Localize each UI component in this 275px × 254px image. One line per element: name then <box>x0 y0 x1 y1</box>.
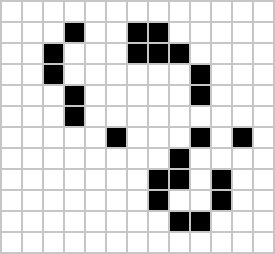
cell-r1-c3-filled[interactable] <box>65 23 84 42</box>
cell-r4-c3-filled[interactable] <box>65 86 84 105</box>
cell-r1-c5-empty[interactable] <box>107 23 126 42</box>
cell-r4-c12-empty[interactable] <box>254 86 273 105</box>
cell-r9-c12-empty[interactable] <box>254 191 273 210</box>
cell-r3-c10-empty[interactable] <box>212 65 231 84</box>
cell-r2-c12-empty[interactable] <box>254 44 273 63</box>
cell-r3-c0-empty[interactable] <box>2 65 21 84</box>
cell-r3-c9-filled[interactable] <box>191 65 210 84</box>
cell-r10-c6-empty[interactable] <box>128 212 147 231</box>
cell-r11-c8-empty[interactable] <box>170 233 189 252</box>
cell-r4-c11-empty[interactable] <box>233 86 252 105</box>
cell-r1-c11-empty[interactable] <box>233 23 252 42</box>
cell-r10-c7-empty[interactable] <box>149 212 168 231</box>
cell-r3-c3-empty[interactable] <box>65 65 84 84</box>
cell-r4-c7-empty[interactable] <box>149 86 168 105</box>
cell-r7-c10-empty[interactable] <box>212 149 231 168</box>
cell-r9-c5-empty[interactable] <box>107 191 126 210</box>
cell-r6-c9-filled[interactable] <box>191 128 210 147</box>
cell-r10-c0-empty[interactable] <box>2 212 21 231</box>
cell-r5-c2-empty[interactable] <box>44 107 63 126</box>
cell-r11-c5-empty[interactable] <box>107 233 126 252</box>
cell-r4-c6-empty[interactable] <box>128 86 147 105</box>
cell-r7-c11-empty[interactable] <box>233 149 252 168</box>
cell-r7-c8-filled[interactable] <box>170 149 189 168</box>
cell-r5-c1-empty[interactable] <box>23 107 42 126</box>
cell-r0-c10-empty[interactable] <box>212 2 231 21</box>
cell-r8-c0-empty[interactable] <box>2 170 21 189</box>
cell-r8-c6-empty[interactable] <box>128 170 147 189</box>
cell-r0-c1-empty[interactable] <box>23 2 42 21</box>
cell-r7-c12-empty[interactable] <box>254 149 273 168</box>
cell-r2-c0-empty[interactable] <box>2 44 21 63</box>
cell-r1-c2-empty[interactable] <box>44 23 63 42</box>
cell-r5-c10-empty[interactable] <box>212 107 231 126</box>
cell-r2-c4-empty[interactable] <box>86 44 105 63</box>
cell-r8-c10-filled[interactable] <box>212 170 231 189</box>
cell-r9-c9-empty[interactable] <box>191 191 210 210</box>
cell-r8-c5-empty[interactable] <box>107 170 126 189</box>
cell-r1-c6-filled[interactable] <box>128 23 147 42</box>
cell-r8-c12-empty[interactable] <box>254 170 273 189</box>
cell-r2-c8-filled[interactable] <box>170 44 189 63</box>
cell-r3-c6-empty[interactable] <box>128 65 147 84</box>
cell-r11-c12-empty[interactable] <box>254 233 273 252</box>
cell-r2-c11-empty[interactable] <box>233 44 252 63</box>
cell-r5-c6-empty[interactable] <box>128 107 147 126</box>
cell-r5-c9-empty[interactable] <box>191 107 210 126</box>
cell-r2-c9-empty[interactable] <box>191 44 210 63</box>
cell-r5-c7-empty[interactable] <box>149 107 168 126</box>
cell-r7-c1-empty[interactable] <box>23 149 42 168</box>
cell-r11-c11-empty[interactable] <box>233 233 252 252</box>
cell-r10-c3-empty[interactable] <box>65 212 84 231</box>
cell-r9-c10-filled[interactable] <box>212 191 231 210</box>
cell-r0-c12-empty[interactable] <box>254 2 273 21</box>
cell-r1-c0-empty[interactable] <box>2 23 21 42</box>
cell-r0-c0-empty[interactable] <box>2 2 21 21</box>
cell-r0-c11-empty[interactable] <box>233 2 252 21</box>
cell-r9-c3-empty[interactable] <box>65 191 84 210</box>
cell-r11-c0-empty[interactable] <box>2 233 21 252</box>
cell-r0-c8-empty[interactable] <box>170 2 189 21</box>
cell-r10-c9-filled[interactable] <box>191 212 210 231</box>
cell-r0-c4-empty[interactable] <box>86 2 105 21</box>
cell-r11-c7-empty[interactable] <box>149 233 168 252</box>
cell-r9-c6-empty[interactable] <box>128 191 147 210</box>
cell-r8-c1-empty[interactable] <box>23 170 42 189</box>
cell-r2-c10-empty[interactable] <box>212 44 231 63</box>
cell-r5-c11-empty[interactable] <box>233 107 252 126</box>
cell-r8-c8-filled[interactable] <box>170 170 189 189</box>
cell-r5-c5-empty[interactable] <box>107 107 126 126</box>
cell-r8-c11-empty[interactable] <box>233 170 252 189</box>
cell-r6-c6-empty[interactable] <box>128 128 147 147</box>
cell-r3-c4-empty[interactable] <box>86 65 105 84</box>
cell-r9-c11-empty[interactable] <box>233 191 252 210</box>
cell-r11-c9-empty[interactable] <box>191 233 210 252</box>
cell-r11-c10-empty[interactable] <box>212 233 231 252</box>
cell-r6-c3-empty[interactable] <box>65 128 84 147</box>
cell-r0-c9-empty[interactable] <box>191 2 210 21</box>
cell-r10-c1-empty[interactable] <box>23 212 42 231</box>
cell-r3-c2-filled[interactable] <box>44 65 63 84</box>
cell-r3-c5-empty[interactable] <box>107 65 126 84</box>
cell-r7-c6-empty[interactable] <box>128 149 147 168</box>
cell-r3-c1-empty[interactable] <box>23 65 42 84</box>
cell-r1-c4-empty[interactable] <box>86 23 105 42</box>
cell-r9-c4-empty[interactable] <box>86 191 105 210</box>
cell-r0-c7-empty[interactable] <box>149 2 168 21</box>
cell-r1-c1-empty[interactable] <box>23 23 42 42</box>
cell-r9-c1-empty[interactable] <box>23 191 42 210</box>
cell-r1-c12-empty[interactable] <box>254 23 273 42</box>
cell-r9-c0-empty[interactable] <box>2 191 21 210</box>
cell-r2-c2-filled[interactable] <box>44 44 63 63</box>
cell-r2-c5-empty[interactable] <box>107 44 126 63</box>
cell-r6-c11-filled[interactable] <box>233 128 252 147</box>
cell-r7-c5-empty[interactable] <box>107 149 126 168</box>
cell-r2-c3-empty[interactable] <box>65 44 84 63</box>
cell-r8-c2-empty[interactable] <box>44 170 63 189</box>
cell-r11-c3-empty[interactable] <box>65 233 84 252</box>
cell-r2-c6-filled[interactable] <box>128 44 147 63</box>
cell-r8-c7-filled[interactable] <box>149 170 168 189</box>
cell-r4-c2-empty[interactable] <box>44 86 63 105</box>
cell-r7-c7-empty[interactable] <box>149 149 168 168</box>
cell-r3-c7-empty[interactable] <box>149 65 168 84</box>
cell-r5-c0-empty[interactable] <box>2 107 21 126</box>
cell-r8-c9-empty[interactable] <box>191 170 210 189</box>
cell-r9-c8-empty[interactable] <box>170 191 189 210</box>
cell-r2-c7-filled[interactable] <box>149 44 168 63</box>
cell-r3-c12-empty[interactable] <box>254 65 273 84</box>
cell-r4-c10-empty[interactable] <box>212 86 231 105</box>
cell-r6-c1-empty[interactable] <box>23 128 42 147</box>
cell-r11-c2-empty[interactable] <box>44 233 63 252</box>
cell-r5-c3-filled[interactable] <box>65 107 84 126</box>
cell-r1-c10-empty[interactable] <box>212 23 231 42</box>
cell-r6-c0-empty[interactable] <box>2 128 21 147</box>
cell-r0-c6-empty[interactable] <box>128 2 147 21</box>
cell-r5-c12-empty[interactable] <box>254 107 273 126</box>
cell-r3-c8-empty[interactable] <box>170 65 189 84</box>
cell-r6-c2-empty[interactable] <box>44 128 63 147</box>
cell-r4-c9-filled[interactable] <box>191 86 210 105</box>
cell-r4-c0-empty[interactable] <box>2 86 21 105</box>
cell-r10-c2-empty[interactable] <box>44 212 63 231</box>
cell-r7-c0-empty[interactable] <box>2 149 21 168</box>
cell-r5-c4-empty[interactable] <box>86 107 105 126</box>
cell-r9-c7-filled[interactable] <box>149 191 168 210</box>
cell-r11-c6-empty[interactable] <box>128 233 147 252</box>
cell-r2-c1-empty[interactable] <box>23 44 42 63</box>
cell-r1-c7-filled[interactable] <box>149 23 168 42</box>
cell-r4-c1-empty[interactable] <box>23 86 42 105</box>
cell-r6-c4-empty[interactable] <box>86 128 105 147</box>
cell-r8-c4-empty[interactable] <box>86 170 105 189</box>
cell-r0-c3-empty[interactable] <box>65 2 84 21</box>
cell-r4-c8-empty[interactable] <box>170 86 189 105</box>
cell-r5-c8-empty[interactable] <box>170 107 189 126</box>
cell-r9-c2-empty[interactable] <box>44 191 63 210</box>
cell-r3-c11-empty[interactable] <box>233 65 252 84</box>
cell-r10-c4-empty[interactable] <box>86 212 105 231</box>
cell-r6-c5-filled[interactable] <box>107 128 126 147</box>
cell-r7-c3-empty[interactable] <box>65 149 84 168</box>
puzzle-grid <box>0 0 275 254</box>
cell-r0-c5-empty[interactable] <box>107 2 126 21</box>
cell-r6-c12-empty[interactable] <box>254 128 273 147</box>
cell-r11-c4-empty[interactable] <box>86 233 105 252</box>
cell-r10-c11-empty[interactable] <box>233 212 252 231</box>
cell-r7-c4-empty[interactable] <box>86 149 105 168</box>
cell-r10-c10-empty[interactable] <box>212 212 231 231</box>
cell-r6-c10-empty[interactable] <box>212 128 231 147</box>
cell-r6-c7-empty[interactable] <box>149 128 168 147</box>
cell-r10-c12-empty[interactable] <box>254 212 273 231</box>
cell-r4-c4-empty[interactable] <box>86 86 105 105</box>
cell-r4-c5-empty[interactable] <box>107 86 126 105</box>
cell-r11-c1-empty[interactable] <box>23 233 42 252</box>
cell-r6-c8-empty[interactable] <box>170 128 189 147</box>
cell-r7-c9-empty[interactable] <box>191 149 210 168</box>
cell-r10-c5-empty[interactable] <box>107 212 126 231</box>
cell-r1-c9-empty[interactable] <box>191 23 210 42</box>
cell-r0-c2-empty[interactable] <box>44 2 63 21</box>
cell-r8-c3-empty[interactable] <box>65 170 84 189</box>
cell-r1-c8-empty[interactable] <box>170 23 189 42</box>
cell-r10-c8-filled[interactable] <box>170 212 189 231</box>
cell-r7-c2-empty[interactable] <box>44 149 63 168</box>
